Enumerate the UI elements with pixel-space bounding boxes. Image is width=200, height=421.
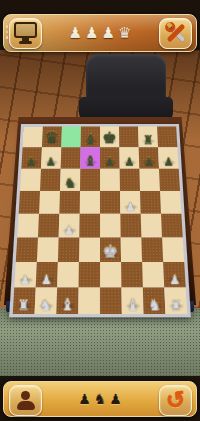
square-d5[interactable] xyxy=(80,191,100,214)
square-a1[interactable]: ♜ xyxy=(13,288,36,314)
black-king-e8: ♚ xyxy=(100,130,119,146)
captured-white-pawn: ♟ xyxy=(69,26,82,41)
square-h3[interactable] xyxy=(162,238,184,263)
player-bar: ♟♞♟ ↺ xyxy=(3,381,197,417)
square-h8[interactable] xyxy=(157,127,177,148)
undo-icon: ↺ xyxy=(164,387,186,412)
captured-black-knight: ♞ xyxy=(94,392,107,406)
square-a4[interactable] xyxy=(17,214,39,238)
black-pawn-h7: ♟ xyxy=(159,156,179,167)
tools-icon xyxy=(163,20,189,46)
square-d8[interactable]: ♝ xyxy=(81,127,100,148)
square-b5[interactable] xyxy=(39,191,60,214)
white-pawn-a2: ♟ xyxy=(14,274,36,287)
square-g8[interactable]: ♜ xyxy=(138,127,158,148)
square-b7[interactable]: ♟ xyxy=(41,147,61,168)
square-g3[interactable] xyxy=(141,238,163,263)
square-d6[interactable] xyxy=(80,169,100,191)
black-queen-b8: ♛ xyxy=(42,130,61,146)
square-c7[interactable] xyxy=(61,147,81,168)
board-grid: ♛♝♚♜♟♟♝♟♟♟♟♞♟♟♚♟♟♟♜♞♝♝♞♜ xyxy=(13,127,188,314)
white-pawn-c4: ♟ xyxy=(59,224,80,236)
square-h1[interactable]: ♜ xyxy=(164,288,187,314)
square-b1[interactable]: ♞ xyxy=(35,288,58,314)
square-d2[interactable] xyxy=(79,262,100,287)
white-pawn-h2: ♟ xyxy=(164,274,186,287)
black-pawn-e7: ♟ xyxy=(100,156,120,167)
white-knight-g1: ♞ xyxy=(144,298,166,313)
square-c6[interactable]: ♞ xyxy=(60,169,80,191)
square-g2[interactable] xyxy=(142,262,164,287)
square-e6[interactable] xyxy=(100,169,120,191)
black-knight-c6: ♞ xyxy=(60,176,80,190)
square-b6[interactable] xyxy=(40,169,61,191)
captured-white-queen: ♛ xyxy=(118,26,131,41)
square-c5[interactable] xyxy=(59,191,80,214)
white-pawn-b2: ♟ xyxy=(36,274,57,287)
square-d4[interactable] xyxy=(79,214,100,238)
square-f7[interactable]: ♟ xyxy=(119,147,139,168)
square-e1[interactable] xyxy=(100,288,122,314)
black-pawn-g7: ♟ xyxy=(139,156,159,167)
square-h7[interactable]: ♟ xyxy=(158,147,179,168)
square-e2[interactable] xyxy=(100,262,121,287)
computer-player-button[interactable] xyxy=(9,18,42,49)
square-a5[interactable] xyxy=(19,191,40,214)
player-icon xyxy=(21,391,30,400)
undo-button[interactable]: ↺ xyxy=(159,385,192,416)
white-rook-a1: ♜ xyxy=(13,299,35,313)
square-b4[interactable] xyxy=(38,214,59,238)
square-f3[interactable] xyxy=(121,238,142,263)
human-player-button[interactable] xyxy=(9,385,42,416)
white-rook-h1: ♜ xyxy=(165,299,187,313)
square-g5[interactable] xyxy=(140,191,161,214)
black-bishop-d7: ♝ xyxy=(80,153,100,167)
menu-dots-icon[interactable] xyxy=(6,25,9,39)
square-c8[interactable] xyxy=(61,127,81,148)
square-a3[interactable] xyxy=(16,238,38,263)
black-rook-g8: ♜ xyxy=(139,134,158,146)
square-g7[interactable]: ♟ xyxy=(139,147,159,168)
office-chair-back xyxy=(86,54,166,102)
square-d1[interactable] xyxy=(78,288,100,314)
square-a2[interactable]: ♟ xyxy=(14,262,37,287)
captured-black-pieces-tray: ♟♞♟ xyxy=(78,392,122,406)
captured-black-pawn: ♟ xyxy=(109,392,122,406)
captured-white-pawn: ♟ xyxy=(102,26,115,41)
square-h6[interactable] xyxy=(159,169,180,191)
square-c1[interactable]: ♝ xyxy=(56,288,78,314)
square-e5[interactable] xyxy=(100,191,120,214)
captured-white-pawn: ♟ xyxy=(85,26,98,41)
square-b3[interactable] xyxy=(37,238,59,263)
square-d7[interactable]: ♝ xyxy=(80,147,100,168)
square-f5[interactable]: ♟ xyxy=(120,191,141,214)
square-b2[interactable]: ♟ xyxy=(36,262,58,287)
square-e8[interactable]: ♚ xyxy=(100,127,119,148)
square-a8[interactable] xyxy=(23,127,43,148)
opponent-bar: ♟♟♟♛ xyxy=(3,14,197,52)
square-e3[interactable]: ♚ xyxy=(100,238,121,263)
square-a7[interactable]: ♟ xyxy=(21,147,42,168)
square-c4[interactable]: ♟ xyxy=(59,214,80,238)
black-pawn-f7: ♟ xyxy=(120,156,140,167)
square-c2[interactable] xyxy=(57,262,79,287)
white-knight-b1: ♞ xyxy=(35,298,57,313)
captured-black-pawn: ♟ xyxy=(78,392,91,406)
square-h5[interactable] xyxy=(160,191,181,214)
black-pawn-a7: ♟ xyxy=(21,156,41,167)
white-bishop-f1: ♝ xyxy=(122,296,144,312)
square-f8[interactable] xyxy=(119,127,139,148)
monitor-icon xyxy=(14,22,37,38)
chess-board[interactable]: ♛♝♚♜♟♟♝♟♟♟♟♞♟♟♚♟♟♟♜♞♝♝♞♜ xyxy=(9,124,191,317)
settings-button[interactable] xyxy=(159,18,192,49)
white-pawn-f5: ♟ xyxy=(120,201,140,213)
square-a6[interactable] xyxy=(20,169,41,191)
square-e7[interactable]: ♟ xyxy=(100,147,120,168)
square-b8[interactable]: ♛ xyxy=(42,127,62,148)
square-g6[interactable] xyxy=(139,169,160,191)
square-d3[interactable] xyxy=(79,238,100,263)
white-bishop-c1: ♝ xyxy=(56,296,78,312)
square-h2[interactable]: ♟ xyxy=(163,262,186,287)
square-f6[interactable] xyxy=(120,169,140,191)
carpet xyxy=(0,308,200,380)
square-f2[interactable] xyxy=(121,262,143,287)
square-g4[interactable] xyxy=(141,214,162,238)
chess-app-screen: ♛♝♚♜♟♟♝♟♟♟♟♞♟♟♚♟♟♟♜♞♝♝♞♜ ♟♟♟♛ ♟♞♟ xyxy=(0,0,200,421)
captured-white-pieces-tray: ♟♟♟♛ xyxy=(69,26,132,41)
square-f1[interactable]: ♝ xyxy=(121,288,143,314)
square-e4[interactable] xyxy=(100,214,121,238)
square-f4[interactable] xyxy=(120,214,141,238)
black-bishop-d8: ♝ xyxy=(81,132,100,146)
square-h4[interactable] xyxy=(161,214,183,238)
square-g1[interactable]: ♞ xyxy=(143,288,166,314)
black-pawn-b7: ♟ xyxy=(41,156,61,167)
white-king-e3: ♚ xyxy=(100,243,121,261)
square-c3[interactable] xyxy=(58,238,79,263)
